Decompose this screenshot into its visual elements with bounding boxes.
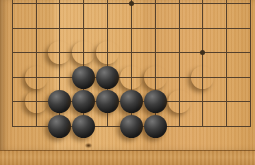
black-stone-c3-r5 xyxy=(48,90,71,113)
black-stone-c5-r4 xyxy=(96,66,119,89)
black-stone-c4-r4 xyxy=(72,66,95,89)
black-stone-c7-r5 xyxy=(144,90,167,113)
wood-knot xyxy=(85,143,92,148)
grid-line-v-10 xyxy=(226,0,227,127)
white-stone-c6-r4 xyxy=(120,66,143,89)
white-stone-c7-r4 xyxy=(144,66,167,89)
grid-line-h-2 xyxy=(12,28,251,29)
white-stone-c3-r3 xyxy=(48,41,71,64)
black-stone-c4-r5 xyxy=(72,90,95,113)
go-game-screenshot xyxy=(0,0,255,165)
black-stone-c3-r6 xyxy=(48,115,71,138)
black-stone-c6-r6 xyxy=(120,115,143,138)
board-front-edge xyxy=(0,150,255,165)
black-stone-c6-r5 xyxy=(120,90,143,113)
white-stone-c4-r3 xyxy=(72,41,95,64)
white-stone-c2-r4 xyxy=(25,66,48,89)
white-stone-c9-r4 xyxy=(191,66,214,89)
black-stone-c7-r6 xyxy=(144,115,167,138)
star-point xyxy=(200,50,205,55)
grid-line-v-9 xyxy=(202,0,203,127)
white-stone-c8-r5 xyxy=(168,90,191,113)
grid-line-v-1 xyxy=(12,0,13,127)
black-stone-c5-r5 xyxy=(96,90,119,113)
white-stone-c5-r3 xyxy=(96,41,119,64)
star-point xyxy=(129,1,134,6)
white-stone-c2-r5 xyxy=(25,90,48,113)
grid-line-v-11 xyxy=(250,0,251,127)
black-stone-c4-r6 xyxy=(72,115,95,138)
